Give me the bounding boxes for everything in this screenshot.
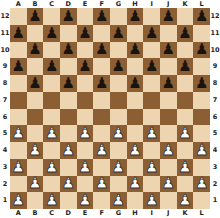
white-man[interactable]: ♟	[45, 126, 58, 141]
black-man[interactable]: ♟	[112, 59, 125, 74]
rank-label-left-4: 4	[0, 142, 10, 159]
square-e3[interactable]: ♟	[77, 159, 94, 176]
black-man[interactable]: ♟	[195, 42, 208, 57]
square-k4[interactable]	[177, 142, 194, 159]
black-man[interactable]: ♟	[95, 75, 108, 90]
black-man[interactable]: ♟	[12, 59, 25, 74]
white-man[interactable]: ♟	[78, 126, 91, 141]
rank-label-right-2: 2	[210, 176, 220, 193]
square-k7[interactable]	[177, 92, 194, 109]
square-k2[interactable]	[177, 176, 194, 193]
square-d7[interactable]	[60, 92, 77, 109]
rank-label-right-4: 4	[210, 142, 220, 159]
square-k3[interactable]: ♟	[177, 159, 194, 176]
square-h8[interactable]: ♟	[127, 75, 144, 92]
checkers-board: ABCDEFGHIJKL12♟♟♟♟♟♟1211♟♟♟♟♟♟1110♟♟♟♟♟♟…	[0, 0, 220, 218]
square-f10[interactable]: ♟	[93, 42, 110, 59]
rank-label-left-2: 2	[0, 176, 10, 193]
square-e11[interactable]: ♟	[77, 25, 94, 42]
square-g4[interactable]	[110, 142, 127, 159]
square-f11[interactable]	[93, 25, 110, 42]
rank-label-left-1: 1	[0, 192, 10, 209]
square-k11[interactable]: ♟	[177, 25, 194, 42]
square-g10[interactable]	[110, 42, 127, 59]
black-man[interactable]: ♟	[28, 8, 41, 23]
white-man[interactable]: ♟	[162, 142, 175, 157]
square-g3[interactable]: ♟	[110, 159, 127, 176]
black-man[interactable]: ♟	[145, 59, 158, 74]
white-man[interactable]: ♟	[112, 193, 125, 208]
square-d4[interactable]: ♟	[60, 142, 77, 159]
square-c5[interactable]: ♟	[43, 125, 60, 142]
white-man[interactable]: ♟	[128, 176, 141, 191]
black-man[interactable]: ♟	[112, 25, 125, 40]
black-man[interactable]: ♟	[162, 42, 175, 57]
square-j10[interactable]: ♟	[160, 42, 177, 59]
square-g8[interactable]	[110, 75, 127, 92]
white-man[interactable]: ♟	[128, 142, 141, 157]
square-b10[interactable]: ♟	[27, 42, 44, 59]
white-man[interactable]: ♟	[45, 159, 58, 174]
square-l11[interactable]	[193, 25, 210, 42]
white-man[interactable]: ♟	[28, 142, 41, 157]
square-h2[interactable]: ♟	[127, 176, 144, 193]
rank-label-right-8: 8	[210, 75, 220, 92]
square-b3[interactable]	[27, 159, 44, 176]
white-man[interactable]: ♟	[45, 193, 58, 208]
square-e8[interactable]	[77, 75, 94, 92]
square-c2[interactable]	[43, 176, 60, 193]
square-g5[interactable]: ♟	[110, 125, 127, 142]
white-man[interactable]: ♟	[145, 126, 158, 141]
square-b11[interactable]	[27, 25, 44, 42]
rank-label-left-9: 9	[0, 58, 10, 75]
white-man[interactable]: ♟	[95, 176, 108, 191]
square-l9[interactable]	[193, 58, 210, 75]
file-label-top-j: J	[160, 0, 177, 8]
square-b5[interactable]	[27, 125, 44, 142]
rank-label-left-3: 3	[0, 159, 10, 176]
square-l3[interactable]	[193, 159, 210, 176]
square-h1[interactable]	[127, 192, 144, 209]
file-label-top-i: I	[143, 0, 160, 8]
square-d11[interactable]	[60, 25, 77, 42]
square-e2[interactable]	[77, 176, 94, 193]
square-c7[interactable]	[43, 92, 60, 109]
square-l8[interactable]: ♟	[193, 75, 210, 92]
file-label-bottom-a: A	[10, 209, 27, 218]
black-man[interactable]: ♟	[28, 42, 41, 57]
square-a6[interactable]	[10, 109, 27, 126]
square-g11[interactable]: ♟	[110, 25, 127, 42]
square-j12[interactable]: ♟	[160, 8, 177, 25]
black-man[interactable]: ♟	[12, 25, 25, 40]
square-g6[interactable]	[110, 109, 127, 126]
square-i10[interactable]	[143, 42, 160, 59]
square-j4[interactable]: ♟	[160, 142, 177, 159]
black-man[interactable]: ♟	[95, 42, 108, 57]
square-a10[interactable]	[10, 42, 27, 59]
black-man[interactable]: ♟	[78, 25, 91, 40]
black-man[interactable]: ♟	[62, 42, 75, 57]
square-d10[interactable]: ♟	[60, 42, 77, 59]
square-l1[interactable]	[193, 192, 210, 209]
white-man[interactable]: ♟	[62, 142, 75, 157]
square-c11[interactable]: ♟	[43, 25, 60, 42]
file-label-bottom-e: E	[77, 209, 94, 218]
square-c3[interactable]: ♟	[43, 159, 60, 176]
square-b12[interactable]: ♟	[27, 8, 44, 25]
square-h7[interactable]	[127, 92, 144, 109]
file-label-bottom-k: K	[177, 209, 194, 218]
square-j8[interactable]: ♟	[160, 75, 177, 92]
square-a1[interactable]: ♟	[10, 192, 27, 209]
white-man[interactable]: ♟	[12, 126, 25, 141]
rank-label-left-12: 12	[0, 8, 10, 25]
square-e9[interactable]: ♟	[77, 58, 94, 75]
rank-label-left-10: 10	[0, 42, 10, 59]
white-man[interactable]: ♟	[145, 159, 158, 174]
square-j11[interactable]	[160, 25, 177, 42]
square-c1[interactable]: ♟	[43, 192, 60, 209]
black-man[interactable]: ♟	[195, 8, 208, 23]
square-h11[interactable]	[127, 25, 144, 42]
square-i2[interactable]	[143, 176, 160, 193]
square-i9[interactable]: ♟	[143, 58, 160, 75]
square-i5[interactable]: ♟	[143, 125, 160, 142]
square-j5[interactable]	[160, 125, 177, 142]
square-i7[interactable]	[143, 92, 160, 109]
white-man[interactable]: ♟	[12, 159, 25, 174]
black-man[interactable]: ♟	[128, 42, 141, 57]
square-f7[interactable]	[93, 92, 110, 109]
square-k10[interactable]	[177, 42, 194, 59]
black-man[interactable]: ♟	[128, 75, 141, 90]
black-man[interactable]: ♟	[162, 75, 175, 90]
white-man[interactable]: ♟	[195, 142, 208, 157]
square-g7[interactable]	[110, 92, 127, 109]
black-man[interactable]: ♟	[45, 25, 58, 40]
white-man[interactable]: ♟	[195, 176, 208, 191]
square-f12[interactable]: ♟	[93, 8, 110, 25]
square-b7[interactable]	[27, 92, 44, 109]
white-man[interactable]: ♟	[112, 126, 125, 141]
square-g12[interactable]	[110, 8, 127, 25]
square-f8[interactable]: ♟	[93, 75, 110, 92]
square-d12[interactable]: ♟	[60, 8, 77, 25]
file-label-top-h: H	[127, 0, 144, 8]
square-i6[interactable]	[143, 109, 160, 126]
square-c10[interactable]	[43, 42, 60, 59]
white-man[interactable]: ♟	[162, 176, 175, 191]
rank-label-right-5: 5	[210, 125, 220, 142]
square-k12[interactable]	[177, 8, 194, 25]
black-man[interactable]: ♟	[78, 59, 91, 74]
square-k8[interactable]	[177, 75, 194, 92]
black-man[interactable]: ♟	[195, 75, 208, 90]
file-label-top-l: L	[193, 0, 210, 8]
rank-label-right-3: 3	[210, 159, 220, 176]
white-man[interactable]: ♟	[112, 159, 125, 174]
file-label-bottom-g: G	[110, 209, 127, 218]
square-i12[interactable]	[143, 8, 160, 25]
square-d6[interactable]	[60, 109, 77, 126]
square-a8[interactable]	[10, 75, 27, 92]
square-h12[interactable]: ♟	[127, 8, 144, 25]
square-l5[interactable]	[193, 125, 210, 142]
file-label-top-c: C	[43, 0, 60, 8]
square-f5[interactable]	[93, 125, 110, 142]
black-man[interactable]: ♟	[162, 8, 175, 23]
square-j1[interactable]	[160, 192, 177, 209]
square-a11[interactable]: ♟	[10, 25, 27, 42]
square-g2[interactable]	[110, 176, 127, 193]
square-b9[interactable]	[27, 58, 44, 75]
square-d8[interactable]: ♟	[60, 75, 77, 92]
square-j2[interactable]: ♟	[160, 176, 177, 193]
white-man[interactable]: ♟	[178, 126, 191, 141]
square-i3[interactable]: ♟	[143, 159, 160, 176]
square-i11[interactable]: ♟	[143, 25, 160, 42]
rank-label-right-9: 9	[210, 58, 220, 75]
square-j7[interactable]	[160, 92, 177, 109]
rank-label-right-10: 10	[210, 42, 220, 59]
square-a9[interactable]: ♟	[10, 58, 27, 75]
white-man[interactable]: ♟	[78, 159, 91, 174]
file-label-bottom-j: J	[160, 209, 177, 218]
square-c9[interactable]: ♟	[43, 58, 60, 75]
square-a4[interactable]	[10, 142, 27, 159]
white-man[interactable]: ♟	[178, 193, 191, 208]
rank-label-left-6: 6	[0, 109, 10, 126]
square-a7[interactable]	[10, 92, 27, 109]
square-d2[interactable]: ♟	[60, 176, 77, 193]
square-e6[interactable]	[77, 109, 94, 126]
square-f9[interactable]	[93, 58, 110, 75]
file-label-bottom-c: C	[43, 209, 60, 218]
white-man[interactable]: ♟	[78, 193, 91, 208]
rank-label-right-11: 11	[210, 25, 220, 42]
file-label-bottom-d: D	[60, 209, 77, 218]
square-e1[interactable]: ♟	[77, 192, 94, 209]
square-g1[interactable]: ♟	[110, 192, 127, 209]
square-e12[interactable]	[77, 8, 94, 25]
black-man[interactable]: ♟	[95, 8, 108, 23]
square-h4[interactable]: ♟	[127, 142, 144, 159]
square-j9[interactable]	[160, 58, 177, 75]
square-d9[interactable]	[60, 58, 77, 75]
square-b4[interactable]: ♟	[27, 142, 44, 159]
file-label-bottom-l: L	[193, 209, 210, 218]
file-label-top-e: E	[77, 0, 94, 8]
square-a3[interactable]: ♟	[10, 159, 27, 176]
white-man[interactable]: ♟	[62, 176, 75, 191]
square-h6[interactable]	[127, 109, 144, 126]
square-h3[interactable]	[127, 159, 144, 176]
square-b2[interactable]: ♟	[27, 176, 44, 193]
rank-label-right-7: 7	[210, 92, 220, 109]
square-d3[interactable]	[60, 159, 77, 176]
file-label-top-f: F	[93, 0, 110, 8]
square-f3[interactable]	[93, 159, 110, 176]
black-man[interactable]: ♟	[62, 8, 75, 23]
square-k1[interactable]: ♟	[177, 192, 194, 209]
square-k9[interactable]: ♟	[177, 58, 194, 75]
square-d5[interactable]	[60, 125, 77, 142]
square-k5[interactable]: ♟	[177, 125, 194, 142]
square-c8[interactable]	[43, 75, 60, 92]
corner-bottom-right	[210, 209, 220, 218]
square-h9[interactable]	[127, 58, 144, 75]
white-man[interactable]: ♟	[12, 193, 25, 208]
square-c6[interactable]	[43, 109, 60, 126]
square-f6[interactable]	[93, 109, 110, 126]
square-b8[interactable]: ♟	[27, 75, 44, 92]
square-l4[interactable]: ♟	[193, 142, 210, 159]
square-i8[interactable]	[143, 75, 160, 92]
file-label-bottom-h: H	[127, 209, 144, 218]
square-j3[interactable]	[160, 159, 177, 176]
white-man[interactable]: ♟	[95, 142, 108, 157]
square-l12[interactable]: ♟	[193, 8, 210, 25]
white-man[interactable]: ♟	[145, 193, 158, 208]
file-label-top-k: K	[177, 0, 194, 8]
file-label-top-b: B	[27, 0, 44, 8]
square-f2[interactable]: ♟	[93, 176, 110, 193]
black-man[interactable]: ♟	[45, 59, 58, 74]
rank-label-left-8: 8	[0, 75, 10, 92]
square-k6[interactable]	[177, 109, 194, 126]
square-l6[interactable]	[193, 109, 210, 126]
file-label-bottom-i: I	[143, 209, 160, 218]
black-man[interactable]: ♟	[178, 59, 191, 74]
square-f1[interactable]	[93, 192, 110, 209]
rank-label-right-12: 12	[210, 8, 220, 25]
black-man[interactable]: ♟	[178, 25, 191, 40]
square-i4[interactable]	[143, 142, 160, 159]
black-man[interactable]: ♟	[62, 75, 75, 90]
square-b6[interactable]	[27, 109, 44, 126]
file-label-bottom-f: F	[93, 209, 110, 218]
rank-label-left-11: 11	[0, 25, 10, 42]
white-man[interactable]: ♟	[28, 176, 41, 191]
square-c4[interactable]	[43, 142, 60, 159]
square-e4[interactable]	[77, 142, 94, 159]
file-label-bottom-b: B	[27, 209, 44, 218]
square-a12[interactable]	[10, 8, 27, 25]
file-label-top-a: A	[10, 0, 27, 8]
rank-label-left-7: 7	[0, 92, 10, 109]
file-label-top-d: D	[60, 0, 77, 8]
square-c12[interactable]	[43, 8, 60, 25]
square-l10[interactable]: ♟	[193, 42, 210, 59]
square-h5[interactable]	[127, 125, 144, 142]
square-e5[interactable]: ♟	[77, 125, 94, 142]
square-j6[interactable]	[160, 109, 177, 126]
rank-label-left-5: 5	[0, 125, 10, 142]
corner-top-right	[210, 0, 220, 8]
corner-bottom-left	[0, 209, 10, 218]
square-e7[interactable]	[77, 92, 94, 109]
square-e10[interactable]	[77, 42, 94, 59]
black-man[interactable]: ♟	[145, 25, 158, 40]
file-label-top-g: G	[110, 0, 127, 8]
white-man[interactable]: ♟	[178, 159, 191, 174]
corner-top-left	[0, 0, 10, 8]
square-g9[interactable]: ♟	[110, 58, 127, 75]
square-i1[interactable]: ♟	[143, 192, 160, 209]
black-man[interactable]: ♟	[28, 75, 41, 90]
square-l7[interactable]	[193, 92, 210, 109]
rank-label-right-6: 6	[210, 109, 220, 126]
square-d1[interactable]	[60, 192, 77, 209]
square-b1[interactable]	[27, 192, 44, 209]
black-man[interactable]: ♟	[128, 8, 141, 23]
square-a2[interactable]	[10, 176, 27, 193]
square-a5[interactable]: ♟	[10, 125, 27, 142]
square-f4[interactable]: ♟	[93, 142, 110, 159]
square-h10[interactable]: ♟	[127, 42, 144, 59]
square-l2[interactable]: ♟	[193, 176, 210, 193]
rank-label-right-1: 1	[210, 192, 220, 209]
